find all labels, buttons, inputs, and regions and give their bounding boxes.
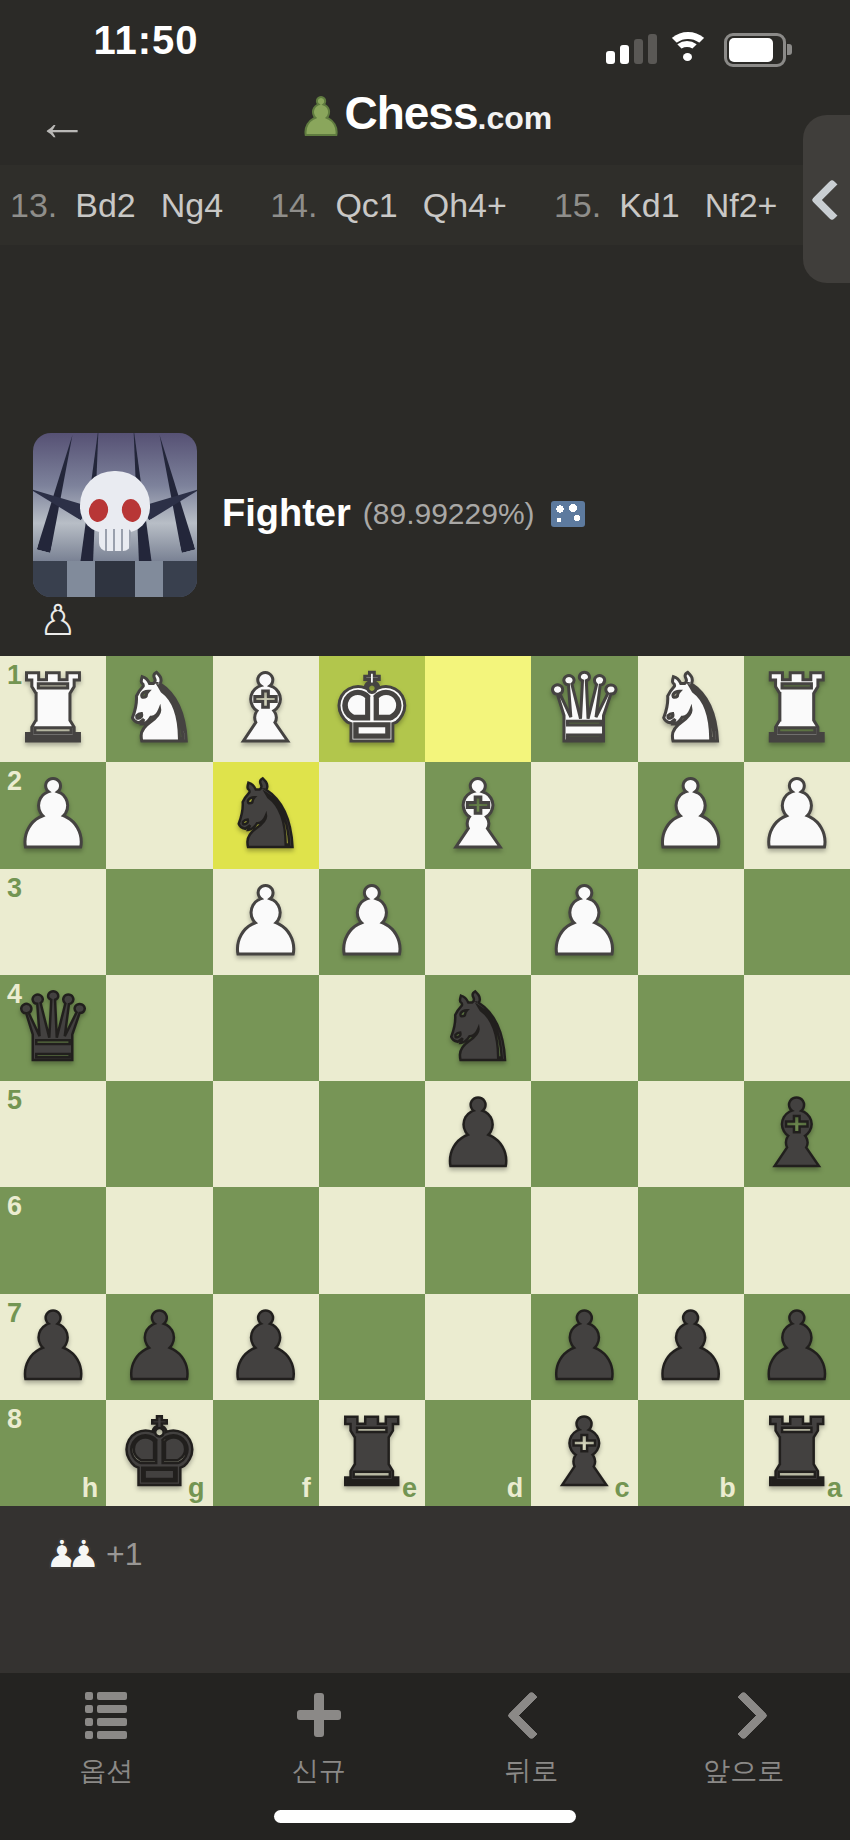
square-a5[interactable]: ♝: [744, 1081, 850, 1187]
square-a7[interactable]: ♟: [744, 1294, 850, 1400]
square-h1[interactable]: 1♜: [0, 656, 106, 762]
black-pawn[interactable]: ♟: [436, 1087, 520, 1181]
square-f2[interactable]: ♞: [213, 762, 319, 868]
nav-forward-button[interactable]: 앞으로: [638, 1673, 850, 1840]
world-flag-icon: [551, 501, 585, 527]
square-h6[interactable]: 6: [0, 1187, 106, 1293]
square-g6[interactable]: [106, 1187, 212, 1293]
square-a3[interactable]: [744, 869, 850, 975]
square-c6[interactable]: [531, 1187, 637, 1293]
chesscom-logo: ♟Chess.com: [0, 86, 850, 147]
white-pawn[interactable]: ♟: [11, 768, 95, 862]
square-b8[interactable]: b: [638, 1400, 744, 1506]
square-a2[interactable]: ♟: [744, 762, 850, 868]
square-a8[interactable]: a♜: [744, 1400, 850, 1506]
square-e1[interactable]: ♚: [319, 656, 425, 762]
avatar[interactable]: [33, 433, 197, 597]
black-pawn[interactable]: ♟: [223, 1300, 307, 1394]
move-number[interactable]: 13.: [10, 186, 57, 225]
square-h4[interactable]: 4♛: [0, 975, 106, 1081]
move-list-bar: 13.Bd2Ng414.Qc1Qh4+15.Kd1Nf2+16.Ke1: [0, 165, 850, 245]
black-pawn[interactable]: ♟: [117, 1300, 201, 1394]
square-b7[interactable]: ♟: [638, 1294, 744, 1400]
move[interactable]: Kd1: [619, 186, 680, 225]
move-number[interactable]: 14.: [270, 186, 317, 225]
black-pawn[interactable]: ♟: [11, 1300, 95, 1394]
square-f6[interactable]: [213, 1187, 319, 1293]
square-a1[interactable]: ♜: [744, 656, 850, 762]
square-h3[interactable]: 3: [0, 869, 106, 975]
rank-label-3: 3: [7, 873, 22, 904]
black-pawn[interactable]: ♟: [542, 1300, 626, 1394]
black-pawn[interactable]: ♟: [755, 1300, 839, 1394]
black-rook[interactable]: ♜: [755, 1406, 839, 1500]
black-bishop[interactable]: ♝: [755, 1087, 839, 1181]
square-d6[interactable]: [425, 1187, 531, 1293]
square-b4[interactable]: [638, 975, 744, 1081]
white-knight[interactable]: ♞: [117, 662, 201, 756]
square-e3[interactable]: ♟: [319, 869, 425, 975]
nav-forward-label: 앞으로: [703, 1753, 784, 1789]
black-pawn[interactable]: ♟: [648, 1300, 732, 1394]
white-pawn[interactable]: ♟: [755, 768, 839, 862]
square-e2[interactable]: [319, 762, 425, 868]
captured-bar: ♟♟ +1: [0, 1506, 850, 1673]
white-bishop[interactable]: ♝: [223, 662, 307, 756]
square-d3[interactable]: [425, 869, 531, 975]
white-king[interactable]: ♚: [330, 662, 414, 756]
square-d8[interactable]: d: [425, 1400, 531, 1506]
chevron-right-icon: [719, 1690, 768, 1739]
square-c7[interactable]: ♟: [531, 1294, 637, 1400]
move[interactable]: Qh4+: [423, 186, 507, 225]
square-b6[interactable]: [638, 1187, 744, 1293]
captured-white-pawn: ♟: [66, 1532, 102, 1576]
square-h2[interactable]: 2♟: [0, 762, 106, 868]
logo-text: Chess: [344, 87, 477, 139]
square-e7[interactable]: [319, 1294, 425, 1400]
square-c2[interactable]: [531, 762, 637, 868]
square-d2[interactable]: ♝: [425, 762, 531, 868]
square-f7[interactable]: ♟: [213, 1294, 319, 1400]
material-score: +1: [106, 1536, 142, 1573]
white-pawn[interactable]: ♟: [648, 768, 732, 862]
move[interactable]: Ng4: [161, 186, 223, 225]
square-g5[interactable]: [106, 1081, 212, 1187]
square-c5[interactable]: [531, 1081, 637, 1187]
move[interactable]: Qc1: [335, 186, 397, 225]
square-b1[interactable]: ♞: [638, 656, 744, 762]
square-a4[interactable]: [744, 975, 850, 1081]
logo-pawn-icon: ♟: [298, 88, 345, 146]
white-pawn[interactable]: ♟: [223, 875, 307, 969]
white-pawn[interactable]: ♟: [542, 875, 626, 969]
white-queen[interactable]: ♛: [542, 662, 626, 756]
white-rook[interactable]: ♜: [11, 662, 95, 756]
chevron-left-icon: [507, 1690, 556, 1739]
file-label-d: d: [507, 1473, 524, 1504]
black-knight[interactable]: ♞: [436, 981, 520, 1075]
home-indicator: [274, 1810, 576, 1823]
square-g7[interactable]: ♟: [106, 1294, 212, 1400]
opponent-captured-pieces: ♟: [40, 600, 76, 640]
square-g1[interactable]: ♞: [106, 656, 212, 762]
square-c1[interactable]: ♛: [531, 656, 637, 762]
square-e6[interactable]: [319, 1187, 425, 1293]
move[interactable]: Nf2+: [705, 186, 778, 225]
square-b2[interactable]: ♟: [638, 762, 744, 868]
player-info[interactable]: Fighter (89.99229%): [222, 492, 585, 535]
square-h7[interactable]: 7♟: [0, 1294, 106, 1400]
nav-back-label: 뒤로: [504, 1753, 558, 1789]
file-label-f: f: [302, 1473, 311, 1504]
square-g4[interactable]: [106, 975, 212, 1081]
square-d1[interactable]: [425, 656, 531, 762]
square-f8[interactable]: f: [213, 1400, 319, 1506]
square-b3[interactable]: [638, 869, 744, 975]
white-knight[interactable]: ♞: [648, 662, 732, 756]
nav-new-label: 신규: [292, 1753, 346, 1789]
rank-label-8: 8: [7, 1404, 22, 1435]
plus-icon: [295, 1691, 343, 1739]
square-a6[interactable]: [744, 1187, 850, 1293]
square-h5[interactable]: 5: [0, 1081, 106, 1187]
cellular-signal-icon: [606, 34, 657, 64]
rank-label-6: 6: [7, 1191, 22, 1222]
rank-label-5: 5: [7, 1085, 22, 1116]
chevron-left-icon: [811, 179, 850, 221]
square-d4[interactable]: ♞: [425, 975, 531, 1081]
white-pawn[interactable]: ♟: [330, 875, 414, 969]
skull-avatar-art: [80, 471, 150, 533]
square-c3[interactable]: ♟: [531, 869, 637, 975]
chess-app-screen: 11:50 ← ♟Chess.com 13.Bd2Ng414.Qc1Qh4+15…: [0, 0, 850, 1840]
square-h8[interactable]: 8h: [0, 1400, 106, 1506]
white-bishop[interactable]: ♝: [436, 768, 520, 862]
square-g8[interactable]: g♚: [106, 1400, 212, 1506]
square-f3[interactable]: ♟: [213, 869, 319, 975]
battery-icon: [724, 33, 786, 67]
square-c8[interactable]: c♝: [531, 1400, 637, 1506]
nav-options-button[interactable]: 옵션: [0, 1673, 213, 1840]
black-rook[interactable]: ♜: [330, 1406, 414, 1500]
file-label-b: b: [719, 1473, 736, 1504]
player-rating: (89.99229%): [363, 497, 535, 531]
square-f5[interactable]: [213, 1081, 319, 1187]
logo-domain-text: .com: [478, 100, 553, 136]
square-b5[interactable]: [638, 1081, 744, 1187]
chess-board: 1♜♞♝♚♛♞♜2♟♞♝♟♟3♟♟♟4♛♞5♟♝67♟♟♟♟♟♟8hg♚fe♜d…: [0, 656, 850, 1506]
black-knight[interactable]: ♞: [223, 768, 307, 862]
square-e8[interactable]: e♜: [319, 1400, 425, 1506]
file-label-h: h: [82, 1473, 99, 1504]
square-f1[interactable]: ♝: [213, 656, 319, 762]
wifi-icon: [666, 32, 710, 64]
square-g3[interactable]: [106, 869, 212, 975]
square-e4[interactable]: [319, 975, 425, 1081]
status-time: 11:50: [86, 18, 206, 63]
white-rook[interactable]: ♜: [755, 662, 839, 756]
options-list-icon: [85, 1692, 127, 1739]
black-king[interactable]: ♚: [117, 1406, 201, 1500]
square-c4[interactable]: [531, 975, 637, 1081]
black-queen[interactable]: ♛: [11, 981, 95, 1075]
move[interactable]: Bd2: [75, 186, 136, 225]
square-d5[interactable]: ♟: [425, 1081, 531, 1187]
nav-options-label: 옵션: [79, 1753, 133, 1789]
square-f4[interactable]: [213, 975, 319, 1081]
player-name: Fighter: [222, 492, 351, 535]
square-e5[interactable]: [319, 1081, 425, 1187]
square-g2[interactable]: [106, 762, 212, 868]
move-number[interactable]: 15.: [554, 186, 601, 225]
captured-white-pawns: ♟♟: [44, 1532, 102, 1576]
square-d7[interactable]: [425, 1294, 531, 1400]
black-bishop[interactable]: ♝: [542, 1406, 626, 1500]
drawer-handle[interactable]: [803, 115, 850, 283]
